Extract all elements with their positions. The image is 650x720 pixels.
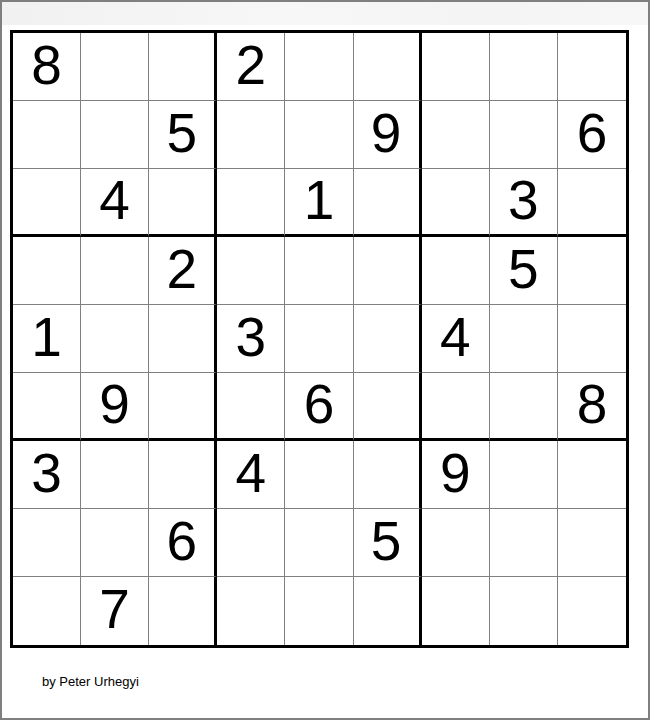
cell-r6c2[interactable]: 9 bbox=[81, 373, 149, 441]
cell-r5c9[interactable] bbox=[558, 305, 626, 373]
cell-r4c7[interactable] bbox=[422, 237, 490, 305]
cell-r9c4[interactable] bbox=[217, 577, 285, 645]
cell-r2c8[interactable] bbox=[490, 101, 558, 169]
cell-r5c3[interactable] bbox=[149, 305, 217, 373]
cell-r6c6[interactable] bbox=[354, 373, 422, 441]
cell-r1c6[interactable] bbox=[354, 33, 422, 101]
cell-r2c7[interactable] bbox=[422, 101, 490, 169]
cell-r4c4[interactable] bbox=[217, 237, 285, 305]
cell-r6c9[interactable]: 8 bbox=[558, 373, 626, 441]
author-credit: by Peter Urhegyi bbox=[42, 674, 139, 689]
cell-r5c2[interactable] bbox=[81, 305, 149, 373]
cell-r3c7[interactable] bbox=[422, 169, 490, 237]
cell-r5c1[interactable]: 1 bbox=[13, 305, 81, 373]
cell-r4c5[interactable] bbox=[285, 237, 353, 305]
cell-r7c8[interactable] bbox=[490, 441, 558, 509]
cell-r9c5[interactable] bbox=[285, 577, 353, 645]
cell-r6c7[interactable] bbox=[422, 373, 490, 441]
cell-r7c9[interactable] bbox=[558, 441, 626, 509]
cell-r3c4[interactable] bbox=[217, 169, 285, 237]
cell-r6c4[interactable] bbox=[217, 373, 285, 441]
cell-r9c3[interactable] bbox=[149, 577, 217, 645]
cell-r2c2[interactable] bbox=[81, 101, 149, 169]
cell-r9c8[interactable] bbox=[490, 577, 558, 645]
cell-r7c4[interactable]: 4 bbox=[217, 441, 285, 509]
sudoku-board: 8259641325134968349657 bbox=[10, 30, 629, 648]
cell-r8c3[interactable]: 6 bbox=[149, 509, 217, 577]
cell-r4c1[interactable] bbox=[13, 237, 81, 305]
cell-r7c3[interactable] bbox=[149, 441, 217, 509]
cell-r4c3[interactable]: 2 bbox=[149, 237, 217, 305]
cell-r2c3[interactable]: 5 bbox=[149, 101, 217, 169]
cell-r2c9[interactable]: 6 bbox=[558, 101, 626, 169]
cell-r7c2[interactable] bbox=[81, 441, 149, 509]
header-strip bbox=[2, 2, 648, 25]
cell-r9c9[interactable] bbox=[558, 577, 626, 645]
cell-r5c5[interactable] bbox=[285, 305, 353, 373]
cell-r1c4[interactable]: 2 bbox=[217, 33, 285, 101]
cell-r1c9[interactable] bbox=[558, 33, 626, 101]
cell-r4c6[interactable] bbox=[354, 237, 422, 305]
cell-r5c8[interactable] bbox=[490, 305, 558, 373]
cell-r8c4[interactable] bbox=[217, 509, 285, 577]
cell-r4c8[interactable]: 5 bbox=[490, 237, 558, 305]
cell-r3c6[interactable] bbox=[354, 169, 422, 237]
cell-r5c4[interactable]: 3 bbox=[217, 305, 285, 373]
cell-r4c9[interactable] bbox=[558, 237, 626, 305]
cell-r7c1[interactable]: 3 bbox=[13, 441, 81, 509]
cell-r8c9[interactable] bbox=[558, 509, 626, 577]
cell-r6c1[interactable] bbox=[13, 373, 81, 441]
cell-r8c7[interactable] bbox=[422, 509, 490, 577]
cell-r3c1[interactable] bbox=[13, 169, 81, 237]
cell-r3c3[interactable] bbox=[149, 169, 217, 237]
cell-r3c2[interactable]: 4 bbox=[81, 169, 149, 237]
cell-r8c8[interactable] bbox=[490, 509, 558, 577]
cell-r1c8[interactable] bbox=[490, 33, 558, 101]
cell-r5c6[interactable] bbox=[354, 305, 422, 373]
cell-r4c2[interactable] bbox=[81, 237, 149, 305]
cell-r8c6[interactable]: 5 bbox=[354, 509, 422, 577]
cell-r7c5[interactable] bbox=[285, 441, 353, 509]
cell-r2c1[interactable] bbox=[13, 101, 81, 169]
cell-r6c8[interactable] bbox=[490, 373, 558, 441]
cell-r7c7[interactable]: 9 bbox=[422, 441, 490, 509]
cell-r7c6[interactable] bbox=[354, 441, 422, 509]
cell-r9c1[interactable] bbox=[13, 577, 81, 645]
cell-r2c6[interactable]: 9 bbox=[354, 101, 422, 169]
cell-r3c8[interactable]: 3 bbox=[490, 169, 558, 237]
cell-r9c6[interactable] bbox=[354, 577, 422, 645]
cell-r8c2[interactable] bbox=[81, 509, 149, 577]
cell-r2c5[interactable] bbox=[285, 101, 353, 169]
cell-r1c3[interactable] bbox=[149, 33, 217, 101]
cell-r2c4[interactable] bbox=[217, 101, 285, 169]
cell-r3c9[interactable] bbox=[558, 169, 626, 237]
cell-r1c5[interactable] bbox=[285, 33, 353, 101]
cell-r6c3[interactable] bbox=[149, 373, 217, 441]
cell-r3c5[interactable]: 1 bbox=[285, 169, 353, 237]
cell-r1c2[interactable] bbox=[81, 33, 149, 101]
cell-r5c7[interactable]: 4 bbox=[422, 305, 490, 373]
cell-r9c2[interactable]: 7 bbox=[81, 577, 149, 645]
cell-r1c7[interactable] bbox=[422, 33, 490, 101]
window-frame: 8259641325134968349657 by Peter Urhegyi bbox=[0, 0, 650, 720]
cell-r6c5[interactable]: 6 bbox=[285, 373, 353, 441]
cell-r8c5[interactable] bbox=[285, 509, 353, 577]
cell-r1c1[interactable]: 8 bbox=[13, 33, 81, 101]
cell-r8c1[interactable] bbox=[13, 509, 81, 577]
cell-r9c7[interactable] bbox=[422, 577, 490, 645]
